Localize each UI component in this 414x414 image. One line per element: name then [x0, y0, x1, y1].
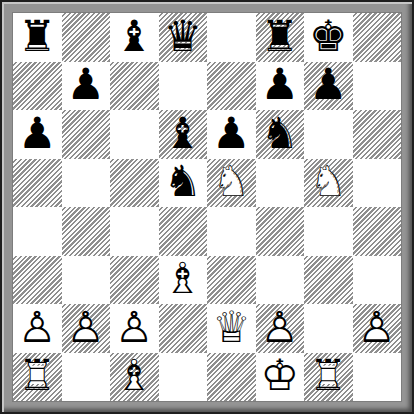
black-bishop-icon: ♝♝ — [159, 110, 208, 159]
square-f2[interactable]: ♟♙ — [256, 304, 305, 353]
square-c3[interactable] — [110, 256, 159, 305]
square-g5[interactable]: ♞♘ — [304, 159, 353, 208]
square-h7[interactable] — [353, 62, 402, 111]
square-g1[interactable]: ♜♖ — [304, 353, 353, 402]
piece-outline: ♙ — [256, 304, 305, 352]
square-h8[interactable] — [353, 13, 402, 62]
square-a2[interactable]: ♟♙ — [13, 304, 62, 353]
piece-outline: ♟ — [256, 62, 305, 110]
black-knight-icon: ♞♞ — [256, 110, 305, 159]
square-h4[interactable] — [353, 207, 402, 256]
square-c5[interactable] — [110, 159, 159, 208]
piece-outline: ♙ — [110, 304, 159, 352]
white-rook-icon: ♜♖ — [13, 353, 62, 402]
square-e3[interactable] — [207, 256, 256, 305]
square-b5[interactable] — [62, 159, 111, 208]
board-frame: ♜♜♝♝♛♛♜♜♚♚♟♟♟♟♟♟♟♟♝♝♟♟♞♞♞♞♞♘♞♘♝♗♟♙♟♙♟♙♛♕… — [0, 0, 414, 414]
square-d3[interactable]: ♝♗ — [159, 256, 208, 305]
square-a6[interactable]: ♟♟ — [13, 110, 62, 159]
piece-outline: ♟ — [13, 110, 62, 158]
piece-outline: ♔ — [256, 353, 305, 401]
white-bishop-icon: ♝♗ — [110, 353, 159, 402]
white-bishop-icon: ♝♗ — [159, 256, 208, 305]
square-d6[interactable]: ♝♝ — [159, 110, 208, 159]
square-c8[interactable]: ♝♝ — [110, 13, 159, 62]
square-d7[interactable] — [159, 62, 208, 111]
black-pawn-icon: ♟♟ — [207, 110, 256, 159]
square-e2[interactable]: ♛♕ — [207, 304, 256, 353]
square-b8[interactable] — [62, 13, 111, 62]
square-b7[interactable]: ♟♟ — [62, 62, 111, 111]
square-c4[interactable] — [110, 207, 159, 256]
square-e5[interactable]: ♞♘ — [207, 159, 256, 208]
square-g2[interactable] — [304, 304, 353, 353]
square-h5[interactable] — [353, 159, 402, 208]
white-pawn-icon: ♟♙ — [62, 304, 111, 353]
black-rook-icon: ♜♜ — [256, 13, 305, 62]
square-a4[interactable] — [13, 207, 62, 256]
piece-outline: ♖ — [304, 353, 353, 401]
white-pawn-icon: ♟♙ — [13, 304, 62, 353]
piece-outline: ♙ — [62, 304, 111, 352]
square-e6[interactable]: ♟♟ — [207, 110, 256, 159]
square-a8[interactable]: ♜♜ — [13, 13, 62, 62]
black-rook-icon: ♜♜ — [13, 13, 62, 62]
square-f3[interactable] — [256, 256, 305, 305]
white-knight-icon: ♞♘ — [304, 159, 353, 208]
piece-outline: ♟ — [304, 62, 353, 110]
square-g8[interactable]: ♚♚ — [304, 13, 353, 62]
black-king-icon: ♚♚ — [304, 13, 353, 62]
square-c6[interactable] — [110, 110, 159, 159]
white-pawn-icon: ♟♙ — [110, 304, 159, 353]
white-knight-icon: ♞♘ — [207, 159, 256, 208]
chess-board: ♜♜♝♝♛♛♜♜♚♚♟♟♟♟♟♟♟♟♝♝♟♟♞♞♞♞♞♘♞♘♝♗♟♙♟♙♟♙♛♕… — [13, 13, 401, 401]
black-knight-icon: ♞♞ — [159, 159, 208, 208]
black-pawn-icon: ♟♟ — [256, 62, 305, 111]
square-a7[interactable] — [13, 62, 62, 111]
white-king-icon: ♚♔ — [256, 353, 305, 402]
white-rook-icon: ♜♖ — [304, 353, 353, 402]
piece-outline: ♟ — [207, 110, 256, 158]
piece-outline: ♗ — [110, 353, 159, 401]
square-a1[interactable]: ♜♖ — [13, 353, 62, 402]
black-queen-icon: ♛♛ — [159, 13, 208, 62]
square-f5[interactable] — [256, 159, 305, 208]
square-b3[interactable] — [62, 256, 111, 305]
square-d1[interactable] — [159, 353, 208, 402]
square-c1[interactable]: ♝♗ — [110, 353, 159, 402]
square-h1[interactable] — [353, 353, 402, 402]
piece-outline: ♜ — [256, 13, 305, 61]
square-f4[interactable] — [256, 207, 305, 256]
piece-outline: ♖ — [13, 353, 62, 401]
square-f7[interactable]: ♟♟ — [256, 62, 305, 111]
black-pawn-icon: ♟♟ — [13, 110, 62, 159]
square-g7[interactable]: ♟♟ — [304, 62, 353, 111]
white-pawn-icon: ♟♙ — [256, 304, 305, 353]
piece-outline: ♝ — [159, 110, 208, 158]
square-e1[interactable] — [207, 353, 256, 402]
piece-outline: ♕ — [207, 304, 256, 352]
white-queen-icon: ♛♕ — [207, 304, 256, 353]
piece-outline: ♘ — [304, 159, 353, 207]
square-e7[interactable] — [207, 62, 256, 111]
piece-outline: ♝ — [110, 13, 159, 61]
square-d4[interactable] — [159, 207, 208, 256]
square-c2[interactable]: ♟♙ — [110, 304, 159, 353]
square-a5[interactable] — [13, 159, 62, 208]
square-e8[interactable] — [207, 13, 256, 62]
square-b4[interactable] — [62, 207, 111, 256]
white-pawn-icon: ♟♙ — [353, 304, 402, 353]
square-g4[interactable] — [304, 207, 353, 256]
square-c7[interactable] — [110, 62, 159, 111]
piece-outline: ♙ — [13, 304, 62, 352]
square-e4[interactable] — [207, 207, 256, 256]
piece-outline: ♛ — [159, 13, 208, 61]
piece-outline: ♞ — [159, 159, 208, 207]
piece-outline: ♙ — [353, 304, 402, 352]
piece-outline: ♚ — [304, 13, 353, 61]
piece-outline: ♞ — [256, 110, 305, 158]
square-b2[interactable]: ♟♙ — [62, 304, 111, 353]
black-bishop-icon: ♝♝ — [110, 13, 159, 62]
square-g3[interactable] — [304, 256, 353, 305]
piece-outline: ♟ — [62, 62, 111, 110]
square-g6[interactable] — [304, 110, 353, 159]
square-b6[interactable] — [62, 110, 111, 159]
square-a3[interactable] — [13, 256, 62, 305]
square-h6[interactable] — [353, 110, 402, 159]
piece-outline: ♜ — [13, 13, 62, 61]
black-pawn-icon: ♟♟ — [304, 62, 353, 111]
black-pawn-icon: ♟♟ — [62, 62, 111, 111]
square-b1[interactable] — [62, 353, 111, 402]
square-d8[interactable]: ♛♛ — [159, 13, 208, 62]
square-f8[interactable]: ♜♜ — [256, 13, 305, 62]
piece-outline: ♗ — [159, 256, 208, 304]
square-d2[interactable] — [159, 304, 208, 353]
square-f6[interactable]: ♞♞ — [256, 110, 305, 159]
piece-outline: ♘ — [207, 159, 256, 207]
square-h2[interactable]: ♟♙ — [353, 304, 402, 353]
square-d5[interactable]: ♞♞ — [159, 159, 208, 208]
square-h3[interactable] — [353, 256, 402, 305]
square-f1[interactable]: ♚♔ — [256, 353, 305, 402]
